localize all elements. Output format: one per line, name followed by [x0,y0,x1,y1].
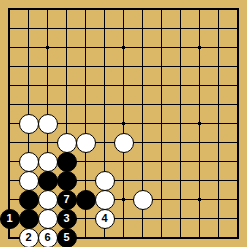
white-stone [38,114,58,134]
white-stone [19,114,39,134]
black-stone [19,190,39,210]
white-stone: 6 [38,228,58,247]
white-stone: 4 [95,209,115,229]
white-stone [57,133,77,153]
black-stone: 7 [57,190,77,210]
white-stone [95,171,115,191]
go-diagram: 7134265 [0,0,247,247]
star-point [122,122,125,125]
white-stone [38,152,58,172]
white-stone [19,171,39,191]
grid-line-vertical [161,9,162,238]
white-stone [38,209,58,229]
star-point [198,46,201,49]
white-stone: 2 [19,228,39,247]
star-point [198,122,201,125]
star-point [122,198,125,201]
move-number: 4 [101,213,107,224]
white-stone [114,133,134,153]
move-number: 5 [63,232,69,243]
black-stone: 3 [57,209,77,229]
grid-line-vertical [237,9,238,238]
move-number: 1 [6,213,12,224]
move-number: 2 [25,232,31,243]
grid-line-vertical [180,9,181,238]
move-number: 3 [63,213,69,224]
black-stone: 1 [0,209,20,229]
star-point [198,198,201,201]
white-stone [76,133,96,153]
black-stone [19,209,39,229]
black-stone: 5 [57,228,77,247]
move-number: 6 [44,232,50,243]
black-stone [57,152,77,172]
white-stone [133,190,153,210]
black-stone [38,171,58,191]
move-number: 7 [63,194,69,205]
black-stone [76,190,96,210]
grid-line-vertical [218,9,219,238]
star-point [122,46,125,49]
white-stone [19,152,39,172]
white-stone [95,190,115,210]
star-point [46,46,49,49]
black-stone [57,171,77,191]
white-stone [38,190,58,210]
